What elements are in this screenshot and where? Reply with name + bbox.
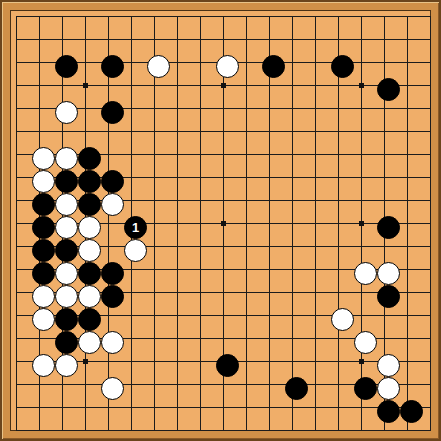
intersection [262,101,285,124]
intersection [147,377,170,400]
intersection [377,9,400,32]
intersection [78,216,101,239]
intersection [331,377,354,400]
intersection [124,262,147,285]
intersection [239,262,262,285]
intersection [170,32,193,55]
intersection [308,216,331,239]
intersection [147,331,170,354]
intersection [170,124,193,147]
white-stone [55,262,78,285]
intersection [377,170,400,193]
white-stone [78,331,101,354]
intersection [423,377,441,400]
intersection [78,285,101,308]
intersection [147,216,170,239]
intersection [377,216,400,239]
intersection [354,285,377,308]
intersection [124,32,147,55]
intersection [55,124,78,147]
intersection [308,377,331,400]
intersection [78,193,101,216]
intersection [239,147,262,170]
intersection [55,423,78,441]
intersection [239,216,262,239]
intersection [147,262,170,285]
intersection [9,193,32,216]
intersection [377,124,400,147]
intersection [239,124,262,147]
intersection [239,285,262,308]
intersection [9,170,32,193]
intersection [193,101,216,124]
intersection [9,216,32,239]
move-number-label: 1 [132,221,139,234]
intersection [32,331,55,354]
intersection [101,55,124,78]
intersection [101,262,124,285]
intersection [262,170,285,193]
intersection [308,262,331,285]
intersection [32,262,55,285]
white-stone [78,239,101,262]
intersection [147,239,170,262]
intersection [262,308,285,331]
intersection [147,55,170,78]
intersection [124,78,147,101]
intersection [308,101,331,124]
intersection [308,331,331,354]
intersection [170,377,193,400]
black-stone [377,400,400,423]
board-frame: 1 [0,0,441,441]
intersection [262,400,285,423]
black-stone [55,308,78,331]
intersection [78,55,101,78]
white-stone [377,377,400,400]
intersection [101,124,124,147]
intersection [32,377,55,400]
intersection [193,193,216,216]
intersection [216,147,239,170]
intersection [308,239,331,262]
intersection [331,193,354,216]
black-stone [78,170,101,193]
intersection [400,193,423,216]
intersection [32,423,55,441]
intersection [423,78,441,101]
white-stone [354,331,377,354]
white-stone [331,308,354,331]
intersection [216,262,239,285]
intersection [239,193,262,216]
intersection [124,147,147,170]
intersection [124,285,147,308]
intersection [285,331,308,354]
intersection [101,423,124,441]
intersection [354,331,377,354]
intersection [9,285,32,308]
intersection [285,377,308,400]
intersection [331,239,354,262]
intersection [262,147,285,170]
intersection [377,78,400,101]
black-stone [101,101,124,124]
white-stone [147,55,170,78]
intersection [193,239,216,262]
go-board: 1 [10,10,431,431]
black-stone [32,262,55,285]
intersection [262,377,285,400]
intersection [354,400,377,423]
black-stone [285,377,308,400]
intersection [55,147,78,170]
intersection [262,55,285,78]
intersection [377,285,400,308]
intersection [9,308,32,331]
intersection [78,331,101,354]
intersection [377,308,400,331]
intersection [423,239,441,262]
intersection [285,354,308,377]
black-stone [331,55,354,78]
intersection [170,400,193,423]
intersection [308,147,331,170]
white-stone [32,170,55,193]
black-stone [354,377,377,400]
intersection [9,124,32,147]
intersection [354,101,377,124]
intersection [32,32,55,55]
intersection [308,308,331,331]
intersection [377,377,400,400]
intersection [55,331,78,354]
intersection [239,32,262,55]
intersection [285,285,308,308]
intersection [354,55,377,78]
intersection [331,78,354,101]
white-stone [101,331,124,354]
intersection [101,9,124,32]
intersection [124,331,147,354]
intersection [55,78,78,101]
intersection [78,147,101,170]
intersection [331,285,354,308]
intersection [55,55,78,78]
intersection [262,262,285,285]
intersection [400,400,423,423]
intersection [170,147,193,170]
intersection [124,400,147,423]
intersection [216,124,239,147]
intersection [124,55,147,78]
black-stone [55,239,78,262]
intersection [308,423,331,441]
intersection [377,239,400,262]
intersection [147,32,170,55]
black-stone [32,193,55,216]
intersection [55,262,78,285]
intersection [193,124,216,147]
intersection [377,147,400,170]
intersection [193,55,216,78]
intersection [55,101,78,124]
black-stone [78,193,101,216]
intersection [262,423,285,441]
intersection [101,400,124,423]
intersection [9,331,32,354]
intersection [170,216,193,239]
intersection [331,423,354,441]
intersection [147,400,170,423]
intersection [32,193,55,216]
intersection [9,423,32,441]
intersection [331,262,354,285]
intersection [423,331,441,354]
intersection [239,308,262,331]
white-stone [32,354,55,377]
intersection [170,55,193,78]
intersection [124,193,147,216]
intersection [193,377,216,400]
intersection [124,354,147,377]
intersection [78,354,101,377]
intersection [193,331,216,354]
intersection [78,377,101,400]
white-stone [55,354,78,377]
intersection [262,331,285,354]
intersection [262,78,285,101]
intersection [377,101,400,124]
intersection [354,193,377,216]
intersection [400,239,423,262]
intersection [216,285,239,308]
intersection [262,124,285,147]
intersection [239,354,262,377]
intersection [32,124,55,147]
intersection [354,423,377,441]
intersection [239,239,262,262]
intersection [400,308,423,331]
intersection [354,308,377,331]
intersection [377,400,400,423]
intersection [55,9,78,32]
intersection [262,354,285,377]
intersection [78,239,101,262]
intersection [78,9,101,32]
intersection [124,308,147,331]
intersection [354,9,377,32]
intersection [170,170,193,193]
intersection [147,170,170,193]
intersection [9,147,32,170]
intersection [400,331,423,354]
intersection [101,239,124,262]
intersection [147,101,170,124]
black-stone [55,55,78,78]
intersection [354,170,377,193]
black-stone [55,331,78,354]
intersection [9,55,32,78]
white-stone [377,354,400,377]
intersection [101,308,124,331]
intersection [423,400,441,423]
intersection [239,55,262,78]
intersection [331,147,354,170]
intersection [147,308,170,331]
intersection [354,32,377,55]
intersection [285,147,308,170]
intersection [55,354,78,377]
black-stone [101,262,124,285]
intersection [423,285,441,308]
intersection [147,78,170,101]
intersection [285,239,308,262]
intersection [170,101,193,124]
intersection [55,400,78,423]
intersection [262,216,285,239]
intersection [216,423,239,441]
intersection [9,101,32,124]
intersection [308,32,331,55]
white-stone [78,285,101,308]
intersection [400,377,423,400]
intersection [285,32,308,55]
intersection [377,423,400,441]
white-stone [101,377,124,400]
black-stone [400,400,423,423]
intersection [216,193,239,216]
intersection [32,216,55,239]
intersection [354,124,377,147]
intersection [285,400,308,423]
stone-grid: 1 [9,9,441,441]
intersection [285,170,308,193]
intersection [216,354,239,377]
intersection [423,124,441,147]
intersection [193,285,216,308]
intersection [32,55,55,78]
black-stone [101,285,124,308]
intersection [423,308,441,331]
intersection [124,239,147,262]
intersection [216,400,239,423]
intersection [147,423,170,441]
intersection [101,147,124,170]
intersection [400,32,423,55]
intersection [78,400,101,423]
intersection [124,124,147,147]
intersection [32,9,55,32]
white-stone [78,216,101,239]
intersection [285,124,308,147]
white-stone [216,55,239,78]
intersection [285,78,308,101]
intersection [308,193,331,216]
intersection [170,354,193,377]
intersection [331,124,354,147]
intersection [216,9,239,32]
intersection [423,262,441,285]
intersection [354,377,377,400]
intersection [423,9,441,32]
intersection [331,331,354,354]
intersection [285,216,308,239]
intersection [354,78,377,101]
intersection [377,262,400,285]
intersection [101,354,124,377]
intersection [285,55,308,78]
intersection [193,262,216,285]
intersection [400,124,423,147]
intersection [32,354,55,377]
intersection [262,9,285,32]
intersection [124,170,147,193]
intersection [78,170,101,193]
intersection [147,147,170,170]
intersection [193,423,216,441]
black-stone [216,354,239,377]
intersection [285,423,308,441]
white-stone [32,147,55,170]
intersection [216,170,239,193]
intersection [101,377,124,400]
intersection [147,124,170,147]
black-stone [32,216,55,239]
intersection [193,308,216,331]
intersection [193,400,216,423]
intersection [193,147,216,170]
intersection [377,32,400,55]
intersection [55,193,78,216]
intersection [78,101,101,124]
intersection [262,285,285,308]
intersection [101,193,124,216]
black-stone [377,216,400,239]
black-stone [377,285,400,308]
white-stone [124,239,147,262]
intersection [285,262,308,285]
intersection [170,9,193,32]
intersection [308,124,331,147]
intersection [400,262,423,285]
intersection [55,216,78,239]
white-stone [55,147,78,170]
intersection [331,55,354,78]
intersection [308,354,331,377]
intersection [331,216,354,239]
intersection [423,170,441,193]
intersection [400,9,423,32]
intersection [170,78,193,101]
intersection [55,377,78,400]
intersection [78,308,101,331]
intersection [400,170,423,193]
intersection [101,32,124,55]
intersection [78,423,101,441]
white-stone [55,101,78,124]
intersection [193,9,216,32]
white-stone [55,285,78,308]
intersection [78,262,101,285]
intersection [354,216,377,239]
intersection [78,124,101,147]
intersection [239,400,262,423]
intersection [193,170,216,193]
white-stone [377,262,400,285]
intersection [32,239,55,262]
intersection [101,78,124,101]
